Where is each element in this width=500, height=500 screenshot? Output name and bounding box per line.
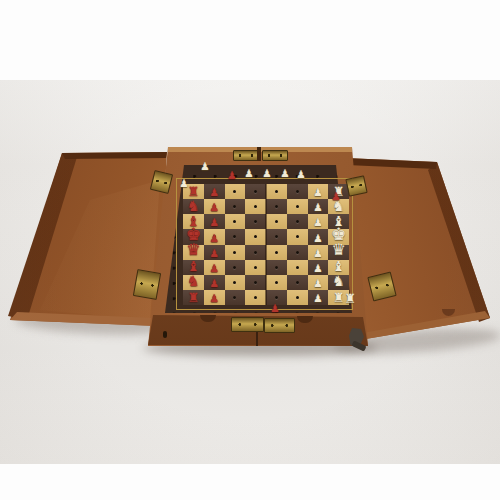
peg-hole (296, 281, 299, 284)
peg-hole (337, 235, 340, 238)
peg-hole (296, 220, 299, 223)
peg-hole (254, 190, 257, 193)
peg-hole (192, 220, 195, 223)
peg-hole (337, 281, 340, 284)
square-r3c1: ♝ (183, 214, 204, 229)
peg-hole (296, 190, 299, 193)
peg-hole (213, 251, 216, 254)
square-r4c7: ♟ (308, 229, 329, 244)
square-r1c7: ♟ (308, 184, 329, 199)
square-r4c5 (266, 229, 287, 244)
peg-hole (213, 190, 216, 193)
peg-hole (254, 266, 257, 269)
peg-hole (316, 296, 319, 299)
peg-hole (213, 281, 216, 284)
square-r7c1: ♞ (183, 275, 204, 290)
square-r6c4 (245, 260, 266, 275)
square-r8c6 (287, 290, 308, 305)
square-r7c7: ♟ (308, 275, 329, 290)
peg-hole (337, 220, 340, 223)
square-r2c6 (287, 199, 308, 214)
peg-hole (316, 205, 319, 208)
top-seam-gap (257, 147, 261, 161)
peg-hole (275, 235, 278, 238)
peg-hole (233, 220, 236, 223)
brass-hinge-left-lower (133, 269, 161, 300)
square-r2c2: ♟ (204, 199, 225, 214)
peg-hole (254, 205, 257, 208)
square-r6c3 (225, 260, 246, 275)
square-r3c5 (266, 214, 287, 229)
square-r5c5 (266, 245, 287, 260)
peg-hole (254, 296, 257, 299)
square-r2c5 (266, 199, 287, 214)
square-r6c5 (266, 260, 287, 275)
peg-hole (192, 205, 195, 208)
peg-hole (316, 190, 319, 193)
square-r3c7: ♟ (308, 214, 329, 229)
square-r6c7: ♟ (308, 260, 329, 275)
square-r7c5 (266, 275, 287, 290)
peg-hole (233, 235, 236, 238)
square-r1c4 (245, 184, 266, 199)
square-r8c4 (245, 290, 266, 305)
square-r2c4 (245, 199, 266, 214)
peg-hole (316, 266, 319, 269)
peg-hole (233, 205, 236, 208)
peg-hole (275, 190, 278, 193)
square-r8c5 (266, 290, 287, 305)
brass-hinge-plate-bottom-right (264, 318, 295, 333)
peg-hole (233, 251, 236, 254)
square-r2c7: ♟ (308, 199, 329, 214)
peg-hole (275, 266, 278, 269)
square-r7c6 (287, 275, 308, 290)
peg-hole (337, 205, 340, 208)
peg-hole (192, 190, 195, 193)
square-r5c4 (245, 245, 266, 260)
square-r8c3 (225, 290, 246, 305)
square-r1c6 (287, 184, 308, 199)
peg-hole (192, 281, 195, 284)
peg-hole (254, 220, 257, 223)
brass-hinge-plate-bottom-left (231, 317, 264, 332)
square-r6c2: ♟ (204, 260, 225, 275)
peg-hole (233, 266, 236, 269)
peg-hole (254, 251, 257, 254)
peg-hole (275, 296, 278, 299)
peg-hole (275, 281, 278, 284)
square-r3c3 (225, 214, 246, 229)
square-r3c8: ♝ (328, 214, 349, 229)
peg-hole (213, 266, 216, 269)
brass-hinge-plate-top-right (262, 150, 288, 161)
peg-hole (275, 220, 278, 223)
square-r8c1: ♜ (183, 290, 204, 305)
square-r4c4 (245, 229, 266, 244)
square-r3c2: ♟ (204, 214, 225, 229)
peg-hole (192, 296, 195, 299)
peg-hole (213, 205, 216, 208)
square-r5c7: ♟ (308, 245, 329, 260)
square-r2c3 (225, 199, 246, 214)
brass-hinge-plate-top-left (233, 150, 259, 161)
peg-hole (296, 296, 299, 299)
peg-hole (213, 220, 216, 223)
peg-hole (337, 251, 340, 254)
square-r8c2: ♟ (204, 290, 225, 305)
keyhole (163, 331, 167, 338)
square-r5c2: ♟ (204, 245, 225, 260)
square-r4c1: ♚ (183, 229, 204, 244)
square-r7c3 (225, 275, 246, 290)
peg-hole (316, 251, 319, 254)
square-r5c3 (225, 245, 246, 260)
square-r8c7: ♟ (308, 290, 329, 305)
peg-hole (296, 205, 299, 208)
board-fold-seam (265, 184, 267, 305)
square-r7c2: ♟ (204, 275, 225, 290)
square-r4c8: ♚ (328, 229, 349, 244)
peg-hole (316, 281, 319, 284)
square-r5c6 (287, 245, 308, 260)
peg-hole (233, 281, 236, 284)
square-r3c6 (287, 214, 308, 229)
peg-hole (233, 190, 236, 193)
peg-hole (337, 190, 340, 193)
square-r4c3 (225, 229, 246, 244)
square-r6c8: ♝ (328, 260, 349, 275)
peg-hole (233, 296, 236, 299)
peg-hole (213, 296, 216, 299)
peg-hole (213, 235, 216, 238)
square-r4c6 (287, 229, 308, 244)
brass-hinge-right-upper (345, 175, 367, 197)
square-r1c1: ♜ (183, 184, 204, 199)
peg-hole (192, 235, 195, 238)
square-r8c8: ♜ (328, 290, 349, 305)
peg-hole (275, 205, 278, 208)
square-r5c1: ♛ (183, 245, 204, 260)
peg-hole (337, 296, 340, 299)
peg-hole (296, 251, 299, 254)
peg-hole (192, 251, 195, 254)
peg-hole (192, 266, 195, 269)
peg-hole (296, 235, 299, 238)
peg-hole (254, 281, 257, 284)
square-r5c8: ♛ (328, 245, 349, 260)
peg-hole (275, 251, 278, 254)
square-r1c5 (266, 184, 287, 199)
square-r6c1: ♝ (183, 260, 204, 275)
peg-hole (316, 235, 319, 238)
peg-hole (296, 266, 299, 269)
square-r4c2: ♟ (204, 229, 225, 244)
square-r3c4 (245, 214, 266, 229)
peg-hole (337, 266, 340, 269)
square-r7c4 (245, 275, 266, 290)
square-r2c1: ♞ (183, 199, 204, 214)
square-r1c3 (225, 184, 246, 199)
square-r1c2: ♟ (204, 184, 225, 199)
square-r6c6 (287, 260, 308, 275)
peg-hole (254, 235, 257, 238)
square-r7c8: ♞ (328, 275, 349, 290)
photo-of-travel-chess-set: ♜♟♟♜♞♟♟♞♝♟♟♝♚♟♟♚♛♟♟♛♝♟♟♝♞♟♟♞♜♟♟♜ ♟♟♟♟♟♟♟… (0, 0, 500, 500)
square-r2c8: ♞ (328, 199, 349, 214)
peg-hole (316, 220, 319, 223)
